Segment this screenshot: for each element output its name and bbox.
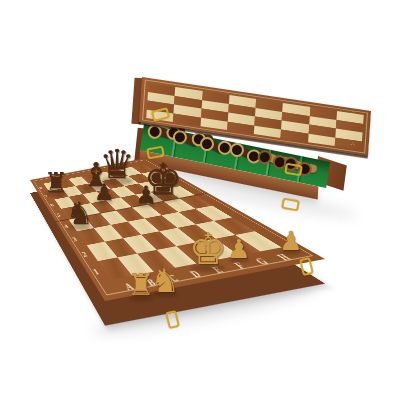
compartment-divider [203,137,209,163]
compartment-divider [171,130,177,156]
lid-corner-dots: ∴ [351,141,356,147]
compartment-divider [265,150,271,176]
rank-label: 8 [35,186,47,191]
product-photo-chess-set: { "game": "chess", "scene": "Folding woo… [0,0,400,400]
compartment-divider [234,143,240,169]
file-label: C [161,273,187,285]
file-label: B [139,277,164,289]
compartment-divider [297,156,303,182]
lid-corner-dots: ∴ [148,111,153,117]
file-label: F [226,260,254,271]
file-label: A [117,281,141,293]
rank-label: 5 [51,212,66,219]
rank-label: 4 [58,223,74,230]
rank-label: 6 [45,202,59,208]
file-label: E [204,264,232,276]
rank-label: 7 [40,194,53,199]
file-label: D [183,269,210,281]
lid-corner-dots: ∴ [351,109,356,115]
rank-label: 3 [66,236,84,244]
rank-label: 2 [75,250,94,259]
